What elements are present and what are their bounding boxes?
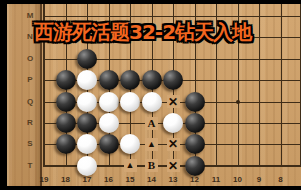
grid-vline-edge-partial — [300, 4, 301, 167]
col-label-9: 9 — [251, 176, 267, 184]
col-label-19: 19 — [36, 176, 52, 184]
puzzle-title: 西游死活题32-2钻天入地 — [34, 20, 251, 44]
row-label-T: T — [23, 162, 37, 170]
black-stone-R12[interactable] — [185, 113, 205, 133]
marker-label-T14[interactable]: B — [145, 160, 158, 171]
black-stone-R18[interactable] — [56, 113, 76, 133]
black-stone-P14[interactable] — [142, 70, 162, 90]
col-label-18: 18 — [58, 176, 74, 184]
col-label-12: 12 — [187, 176, 203, 184]
black-stone-T12[interactable] — [185, 156, 205, 176]
col-label-17: 17 — [79, 176, 95, 184]
black-stone-Q12[interactable] — [185, 92, 205, 112]
col-label-15: 15 — [122, 176, 138, 184]
col-label-16: 16 — [101, 176, 117, 184]
black-stone-Q18[interactable] — [56, 92, 76, 112]
col-label-14: 14 — [144, 176, 160, 184]
row-label-M: M — [23, 12, 37, 20]
screenshot-stage: MNOPQRST1918171615141312111098 ✕A▲✕▲B✕ 西… — [0, 0, 301, 190]
black-stone-S12[interactable] — [185, 134, 205, 154]
black-stone-P15[interactable] — [120, 70, 140, 90]
row-label-Q: Q — [23, 98, 37, 106]
black-stone-P16[interactable] — [99, 70, 119, 90]
grid-hline-M — [44, 16, 301, 17]
row-label-P: P — [23, 76, 37, 84]
row-label-R: R — [23, 119, 37, 127]
marker-triangle-S14[interactable]: ▲ — [145, 140, 158, 149]
white-stone-Q15[interactable] — [120, 92, 140, 112]
marker-x-S13[interactable]: ✕ — [167, 138, 180, 150]
star-point-Q10 — [236, 100, 240, 104]
marker-x-Q13[interactable]: ✕ — [167, 96, 180, 108]
col-label-11: 11 — [208, 176, 224, 184]
white-stone-S15[interactable] — [120, 134, 140, 154]
white-stone-R13[interactable] — [163, 113, 183, 133]
white-stone-S17[interactable] — [77, 134, 97, 154]
black-stone-R17[interactable] — [77, 113, 97, 133]
grid-vline-9 — [259, 4, 260, 167]
col-label-10: 10 — [230, 176, 246, 184]
black-stone-O17[interactable] — [77, 49, 97, 69]
marker-label-R14[interactable]: A — [145, 118, 158, 129]
marker-x-T13[interactable]: ✕ — [167, 160, 180, 172]
white-stone-Q16[interactable] — [99, 92, 119, 112]
col-label-8: 8 — [273, 176, 289, 184]
white-stone-R16[interactable] — [99, 113, 119, 133]
black-stone-S16[interactable] — [99, 134, 119, 154]
white-stone-Q14[interactable] — [142, 92, 162, 112]
black-stone-P18[interactable] — [56, 70, 76, 90]
white-stone-Q17[interactable] — [77, 92, 97, 112]
row-label-S: S — [23, 140, 37, 148]
marker-triangle-T15[interactable]: ▲ — [124, 161, 137, 170]
black-stone-S18[interactable] — [56, 134, 76, 154]
row-label-O: O — [23, 55, 37, 63]
col-label-13: 13 — [165, 176, 181, 184]
white-stone-P17[interactable] — [77, 70, 97, 90]
grid-vline-8 — [281, 4, 282, 167]
white-stone-T17[interactable] — [77, 156, 97, 176]
black-stone-P13[interactable] — [163, 70, 183, 90]
